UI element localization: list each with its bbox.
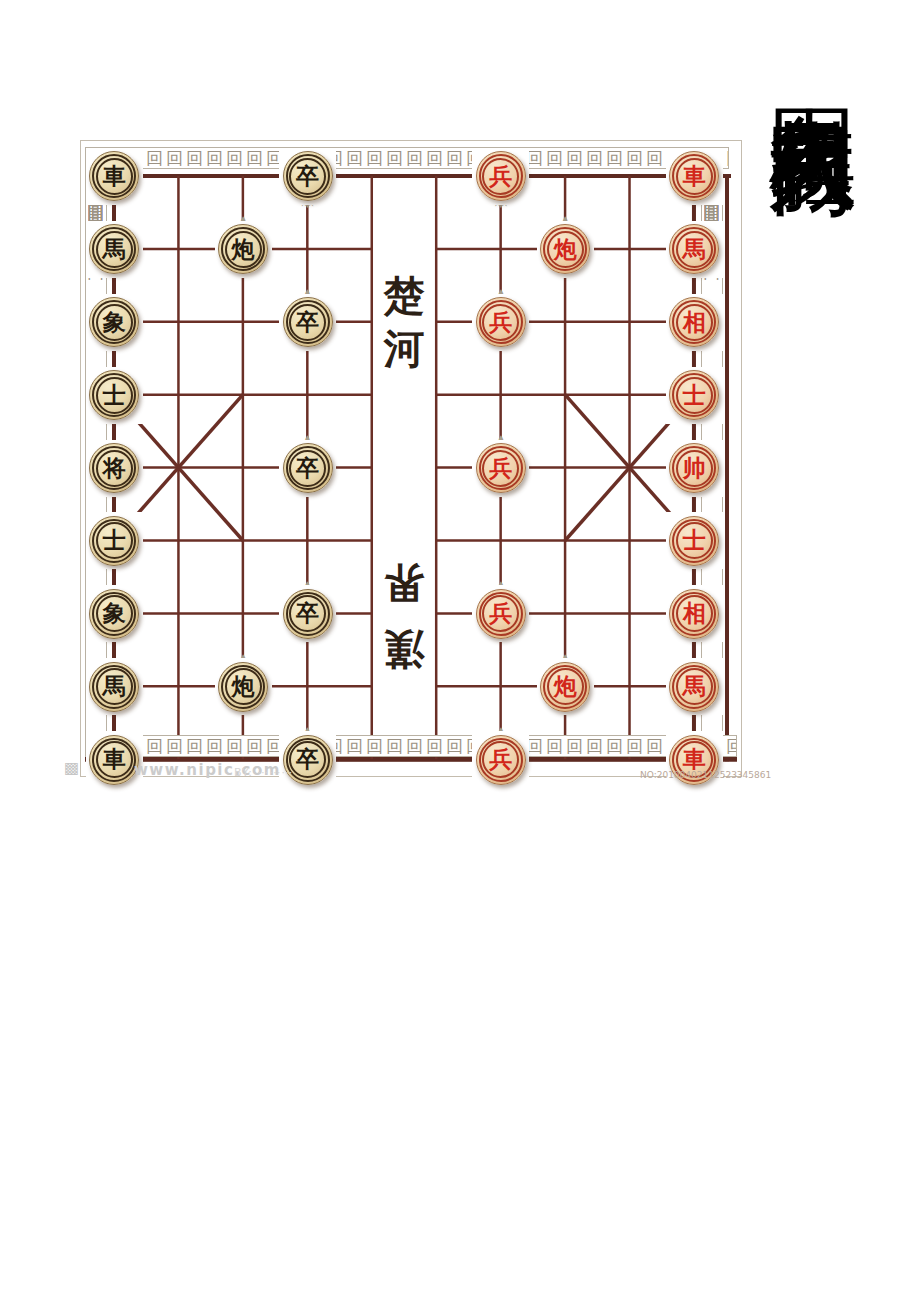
piece-black-cannon[interactable]: 炮 (211, 650, 275, 723)
piece-label: 兵 (482, 304, 519, 341)
piece-black-horse[interactable]: 馬 (82, 213, 146, 286)
piece-disc: 卒 (283, 443, 333, 493)
piece-red-soldier[interactable]: 兵 (469, 432, 533, 505)
piece-label: 卒 (289, 450, 326, 487)
piece-black-general[interactable]: 将 (82, 432, 146, 505)
piece-red-chariot[interactable]: 車 (662, 723, 726, 796)
watermark-author: BY: ⋯⋯⋯ (234, 766, 293, 779)
piece-disc: 車 (89, 735, 139, 785)
piece-black-cannon[interactable]: 炮 (211, 213, 275, 286)
page-title: 中国象棋入门教程 (762, 36, 864, 796)
piece-red-advisor[interactable]: 士 (662, 359, 726, 432)
piece-red-general[interactable]: 帅 (662, 432, 726, 505)
piece-red-soldier[interactable]: 兵 (469, 577, 533, 650)
piece-label: 帅 (676, 450, 713, 487)
piece-disc: 士 (669, 370, 719, 420)
piece-red-elephant[interactable]: 相 (662, 577, 726, 650)
piece-black-chariot[interactable]: 車 (82, 140, 146, 213)
piece-red-elephant[interactable]: 相 (662, 286, 726, 359)
piece-label: 兵 (482, 595, 519, 632)
piece-black-soldier[interactable]: 卒 (275, 140, 339, 213)
piece-black-advisor[interactable]: 士 (82, 504, 146, 577)
piece-label: 炮 (547, 668, 584, 705)
piece-label: 卒 (289, 595, 326, 632)
piece-label: 相 (676, 595, 713, 632)
piece-black-soldier[interactable]: 卒 (275, 286, 339, 359)
piece-disc: 兵 (476, 443, 526, 493)
piece-disc: 馬 (89, 662, 139, 712)
piece-label: 馬 (676, 668, 713, 705)
piece-disc: 将 (89, 443, 139, 493)
piece-red-cannon[interactable]: 炮 (533, 213, 597, 286)
piece-label: 相 (676, 304, 713, 341)
piece-label: 卒 (289, 741, 326, 778)
piece-label: 車 (96, 158, 133, 195)
piece-red-soldier[interactable]: 兵 (469, 723, 533, 796)
piece-red-advisor[interactable]: 士 (662, 504, 726, 577)
piece-disc: 帅 (669, 443, 719, 493)
piece-label: 炮 (225, 231, 262, 268)
piece-label: 士 (96, 522, 133, 559)
piece-label: 馬 (96, 231, 133, 268)
piece-label: 馬 (676, 231, 713, 268)
piece-disc: 兵 (476, 151, 526, 201)
nipic-logo-icon: ▩ (64, 758, 79, 777)
piece-label: 車 (676, 158, 713, 195)
piece-disc: 卒 (283, 297, 333, 347)
piece-label: 卒 (289, 304, 326, 341)
pieces-layer: 車馬象士将士象馬車炮炮卒卒卒卒卒兵兵兵兵兵炮炮車馬相士帅士相馬車 (82, 140, 726, 796)
piece-disc: 兵 (476, 297, 526, 347)
page: 回回回回回回回回回回回回回回回回回回回回回回回回回回回回回回回回回回 回回回回回… (0, 0, 920, 1307)
piece-label: 車 (96, 741, 133, 778)
piece-label: 兵 (482, 741, 519, 778)
piece-label: 士 (96, 377, 133, 414)
piece-disc: 相 (669, 589, 719, 639)
piece-red-horse[interactable]: 馬 (662, 650, 726, 723)
piece-label: 将 (96, 450, 133, 487)
piece-black-advisor[interactable]: 士 (82, 359, 146, 432)
piece-label: 炮 (225, 668, 262, 705)
piece-black-soldier[interactable]: 卒 (275, 723, 339, 796)
piece-red-cannon[interactable]: 炮 (533, 650, 597, 723)
xiangqi-board[interactable]: 回回回回回回回回回回回回回回回回回回回回回回回回回回回回回回回回回回 回回回回回… (80, 140, 742, 777)
piece-label: 象 (96, 595, 133, 632)
piece-disc: 炮 (218, 662, 268, 712)
piece-label: 兵 (482, 158, 519, 195)
watermark-serial: NO:20100402112523345861 (640, 770, 771, 780)
piece-label: 卒 (289, 158, 326, 195)
piece-label: 兵 (482, 450, 519, 487)
piece-red-soldier[interactable]: 兵 (469, 286, 533, 359)
piece-label: 象 (96, 304, 133, 341)
piece-red-soldier[interactable]: 兵 (469, 140, 533, 213)
piece-label: 士 (676, 522, 713, 559)
piece-disc: 馬 (669, 662, 719, 712)
piece-label: 士 (676, 377, 713, 414)
piece-red-chariot[interactable]: 車 (662, 140, 726, 213)
piece-disc: 象 (89, 589, 139, 639)
piece-disc: 士 (89, 516, 139, 566)
piece-label: 炮 (547, 231, 584, 268)
piece-label: 馬 (96, 668, 133, 705)
piece-disc: 士 (89, 370, 139, 420)
piece-disc: 兵 (476, 735, 526, 785)
piece-black-elephant[interactable]: 象 (82, 577, 146, 650)
piece-black-soldier[interactable]: 卒 (275, 577, 339, 650)
piece-disc: 炮 (540, 662, 590, 712)
piece-black-chariot[interactable]: 車 (82, 723, 146, 796)
piece-disc: 卒 (283, 151, 333, 201)
piece-black-soldier[interactable]: 卒 (275, 432, 339, 505)
piece-black-elephant[interactable]: 象 (82, 286, 146, 359)
piece-disc: 兵 (476, 589, 526, 639)
piece-black-horse[interactable]: 馬 (82, 650, 146, 723)
piece-disc: 卒 (283, 589, 333, 639)
piece-red-horse[interactable]: 馬 (662, 213, 726, 286)
piece-disc: 士 (669, 516, 719, 566)
